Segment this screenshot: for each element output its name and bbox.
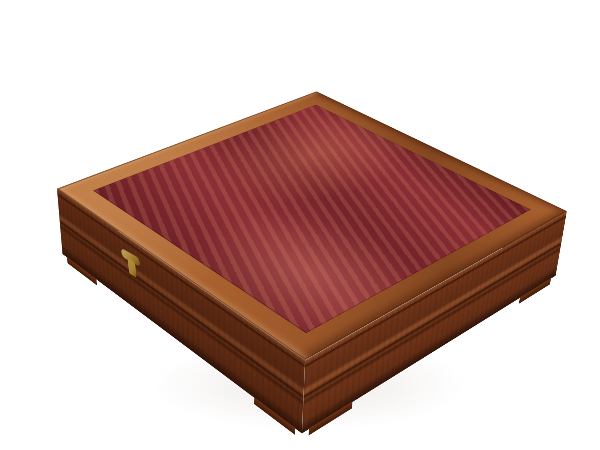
clasp-plate xyxy=(121,248,140,267)
box-foot xyxy=(254,397,295,435)
box-foot xyxy=(309,401,353,435)
clasp-hook xyxy=(127,258,136,278)
scene xyxy=(0,0,600,450)
box-foot xyxy=(519,278,551,304)
box-top xyxy=(57,92,567,361)
box-foot xyxy=(67,257,97,286)
brass-clasp xyxy=(119,244,146,286)
